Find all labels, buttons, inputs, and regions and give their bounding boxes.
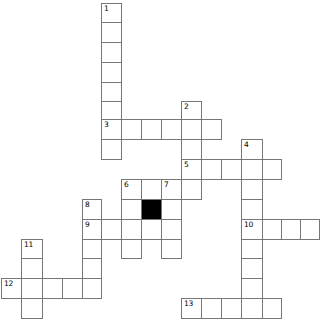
grid-cell[interactable] [21,278,43,299]
grid-cell[interactable] [262,159,282,180]
grid-cell[interactable] [262,298,282,319]
grid-cell[interactable] [300,219,320,240]
grid-cell[interactable] [101,82,122,102]
grid-cell[interactable] [241,278,263,299]
grid-cell[interactable] [201,159,222,180]
grid-cell[interactable] [101,62,122,83]
grid-cell[interactable]: 4 [241,139,263,160]
clue-number: 10 [244,221,253,229]
grid-cell[interactable] [141,219,162,240]
grid-cell[interactable] [181,119,202,140]
grid-cell[interactable] [161,239,182,259]
grid-cell[interactable] [62,278,83,299]
grid-cell[interactable]: 12 [1,278,22,299]
clue-number: 5 [184,161,189,169]
black-cell [141,199,162,220]
grid-cell[interactable] [201,119,222,140]
clue-number: 12 [4,280,13,288]
grid-cell[interactable] [241,258,263,279]
grid-cell[interactable] [161,219,182,240]
grid-cell[interactable] [101,219,122,240]
clue-number: 6 [124,181,129,189]
grid-cell[interactable] [42,278,63,299]
clue-number: 2 [184,103,189,111]
grid-cell[interactable] [241,239,263,259]
crossword-board: 12345678910111213 [0,0,320,320]
grid-cell[interactable] [262,219,282,240]
grid-cell[interactable]: 3 [101,119,122,140]
grid-cell[interactable] [141,179,162,200]
grid-cell[interactable] [241,159,263,180]
grid-cell[interactable]: 13 [181,298,202,319]
grid-cell[interactable]: 5 [181,159,202,180]
grid-cell[interactable] [281,219,301,240]
grid-cell[interactable]: 7 [161,179,182,200]
grid-cell[interactable]: 2 [181,101,202,120]
clue-number: 1 [104,5,109,13]
clue-number: 7 [164,181,169,189]
grid-cell[interactable] [241,179,263,200]
grid-cell[interactable] [101,42,122,63]
grid-cell[interactable]: 6 [121,179,142,200]
grid-cell[interactable]: 10 [241,219,263,240]
clue-number: 11 [24,241,33,249]
grid-cell[interactable] [221,159,242,180]
grid-cell[interactable] [101,22,122,43]
grid-cell[interactable]: 8 [82,199,102,220]
grid-cell[interactable] [241,298,263,319]
grid-cell[interactable] [121,199,142,220]
grid-cell[interactable] [161,199,182,220]
grid-cell[interactable] [221,298,242,319]
grid-cell[interactable] [121,119,142,140]
grid-cell[interactable] [241,199,263,220]
grid-cell[interactable] [121,219,142,240]
clue-number: 4 [244,141,249,149]
grid-cell[interactable] [82,258,102,279]
grid-cell[interactable] [82,239,102,259]
grid-cell[interactable]: 11 [21,239,43,259]
grid-cell[interactable] [101,101,122,120]
grid-cell[interactable] [21,258,43,279]
grid-cell[interactable] [21,298,43,319]
grid-cell[interactable] [101,139,122,160]
grid-cell[interactable] [141,119,162,140]
grid-cell[interactable] [181,179,202,200]
grid-cell[interactable] [82,278,102,299]
grid-cell[interactable] [201,298,222,319]
clue-number: 13 [184,300,193,308]
grid-cell[interactable] [161,119,182,140]
grid-cell[interactable]: 1 [101,3,122,23]
grid-cell[interactable]: 9 [82,219,102,240]
clue-number: 3 [104,121,109,129]
clue-number: 9 [85,221,90,229]
clue-number: 8 [85,201,90,209]
grid-cell[interactable] [121,239,142,259]
grid-cell[interactable] [181,139,202,160]
